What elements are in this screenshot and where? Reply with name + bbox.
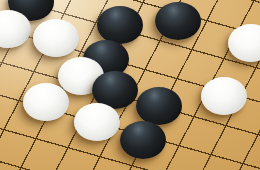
black-stone[interactable]	[136, 87, 182, 125]
white-stone[interactable]	[74, 103, 120, 141]
black-stone[interactable]	[97, 6, 143, 44]
black-stone[interactable]	[120, 121, 166, 159]
stones-layer	[0, 0, 260, 170]
white-stone[interactable]	[33, 19, 79, 57]
white-stone[interactable]	[228, 24, 260, 62]
white-stone[interactable]	[23, 83, 69, 121]
white-stone[interactable]	[201, 77, 247, 115]
go-board-photo	[0, 0, 260, 170]
black-stone[interactable]	[155, 2, 201, 40]
